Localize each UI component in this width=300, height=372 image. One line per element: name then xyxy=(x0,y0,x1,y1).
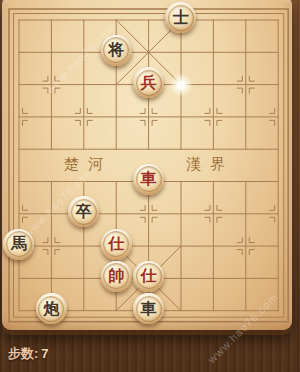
piece-black-general[interactable]: 将 xyxy=(101,35,132,66)
xiangqi-app: 楚河 漢界 www.hao76.com www.hao76.com www.ha… xyxy=(0,0,300,372)
piece-black-cannon[interactable]: 炮 xyxy=(36,293,67,324)
piece-black-chariot[interactable]: 車 xyxy=(133,293,164,324)
piece-glyph: 士 xyxy=(173,10,189,26)
piece-red-advisor[interactable]: 仕 xyxy=(101,229,132,260)
piece-red-chariot[interactable]: 車 xyxy=(133,164,164,195)
piece-black-horse[interactable]: 馬 xyxy=(3,229,34,260)
piece-glyph: 帥 xyxy=(108,268,124,284)
piece-glyph: 兵 xyxy=(141,75,157,91)
piece-red-advisor[interactable]: 仕 xyxy=(133,261,164,292)
piece-glyph: 将 xyxy=(108,42,124,58)
piece-red-general[interactable]: 帥 xyxy=(101,261,132,292)
piece-glyph: 車 xyxy=(141,301,157,317)
pieces-grid: 士将兵車卒馬仕帥仕炮車 xyxy=(3,4,295,327)
move-counter-label: 步数: xyxy=(8,346,38,361)
piece-glyph: 仕 xyxy=(108,236,124,252)
piece-black-advisor[interactable]: 士 xyxy=(165,2,196,33)
piece-red-soldier[interactable]: 兵 xyxy=(133,67,164,98)
piece-glyph: 車 xyxy=(141,171,157,187)
move-counter: 步数:7 xyxy=(8,345,49,363)
piece-glyph: 仕 xyxy=(141,268,157,284)
move-counter-value: 7 xyxy=(41,346,48,361)
piece-black-soldier[interactable]: 卒 xyxy=(68,196,99,227)
piece-glyph: 馬 xyxy=(11,236,27,252)
piece-glyph: 卒 xyxy=(76,204,92,220)
piece-glyph: 炮 xyxy=(43,301,59,317)
